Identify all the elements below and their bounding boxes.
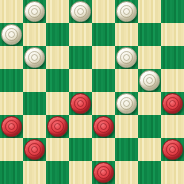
checker-ring-outer [97, 166, 110, 179]
checker-ring-outer [97, 120, 110, 133]
square-r5c1 [23, 115, 46, 138]
red-checker-man[interactable] [162, 93, 183, 114]
red-checker-man[interactable] [70, 93, 91, 114]
square-r3c5 [115, 69, 138, 92]
square-r5c6[interactable] [138, 115, 161, 138]
checker-ring-outer [51, 120, 64, 133]
square-r4c6 [138, 92, 161, 115]
square-r1c6[interactable] [138, 23, 161, 46]
red-checker-man[interactable] [24, 139, 45, 160]
square-r1c5 [115, 23, 138, 46]
checker-ring-inner [123, 100, 130, 107]
checker-ring-inner [123, 54, 130, 61]
square-r1c4[interactable] [92, 23, 115, 46]
square-r2c1[interactable] [23, 46, 46, 69]
checker-ring-inner [100, 169, 107, 176]
square-r2c7[interactable] [161, 46, 184, 69]
square-r7c0[interactable] [0, 161, 23, 184]
square-r7c2[interactable] [46, 161, 69, 184]
white-checker-man[interactable] [139, 70, 160, 91]
square-r7c6[interactable] [138, 161, 161, 184]
square-r6c2 [46, 138, 69, 161]
square-r7c4[interactable] [92, 161, 115, 184]
square-r6c5[interactable] [115, 138, 138, 161]
square-r2c3[interactable] [69, 46, 92, 69]
square-r5c3 [69, 115, 92, 138]
square-r1c7 [161, 23, 184, 46]
checker-ring-inner [31, 146, 38, 153]
square-r7c1 [23, 161, 46, 184]
square-r2c5[interactable] [115, 46, 138, 69]
white-checker-man[interactable] [116, 93, 137, 114]
square-r0c3[interactable] [69, 0, 92, 23]
square-r3c3 [69, 69, 92, 92]
square-r2c0 [0, 46, 23, 69]
square-r6c0 [0, 138, 23, 161]
white-checker-man[interactable] [70, 1, 91, 22]
checker-ring-outer [166, 97, 179, 110]
square-r1c0[interactable] [0, 23, 23, 46]
checker-ring-inner [77, 8, 84, 15]
square-r3c7 [161, 69, 184, 92]
square-r4c2 [46, 92, 69, 115]
checker-ring-outer [120, 5, 133, 18]
checker-ring-inner [169, 100, 176, 107]
square-r2c2 [46, 46, 69, 69]
square-r0c0 [0, 0, 23, 23]
square-r6c3[interactable] [69, 138, 92, 161]
red-checker-man[interactable] [1, 116, 22, 137]
square-r3c0[interactable] [0, 69, 23, 92]
square-r7c7 [161, 161, 184, 184]
red-checker-man[interactable] [93, 116, 114, 137]
checker-ring-inner [31, 8, 38, 15]
square-r5c2[interactable] [46, 115, 69, 138]
checker-ring-outer [143, 74, 156, 87]
square-r3c2[interactable] [46, 69, 69, 92]
checker-ring-outer [120, 97, 133, 110]
square-r6c4 [92, 138, 115, 161]
square-r0c7[interactable] [161, 0, 184, 23]
white-checker-man[interactable] [24, 1, 45, 22]
square-r1c1 [23, 23, 46, 46]
square-r5c5 [115, 115, 138, 138]
square-r0c6 [138, 0, 161, 23]
square-r0c2 [46, 0, 69, 23]
red-checker-man[interactable] [47, 116, 68, 137]
square-r6c6 [138, 138, 161, 161]
checker-ring-outer [74, 97, 87, 110]
checker-ring-inner [100, 123, 107, 130]
checker-ring-outer [28, 5, 41, 18]
square-r3c1 [23, 69, 46, 92]
square-r4c5[interactable] [115, 92, 138, 115]
square-r1c3 [69, 23, 92, 46]
checker-ring-outer [28, 51, 41, 64]
square-r1c2[interactable] [46, 23, 69, 46]
checkers-board [0, 0, 184, 184]
checker-ring-outer [5, 120, 18, 133]
red-checker-man[interactable] [93, 162, 114, 183]
checker-ring-inner [77, 100, 84, 107]
square-r0c4 [92, 0, 115, 23]
checker-ring-outer [5, 28, 18, 41]
white-checker-man[interactable] [116, 47, 137, 68]
square-r4c4 [92, 92, 115, 115]
square-r4c3[interactable] [69, 92, 92, 115]
checker-ring-outer [166, 143, 179, 156]
square-r4c1[interactable] [23, 92, 46, 115]
square-r6c7[interactable] [161, 138, 184, 161]
white-checker-man[interactable] [24, 47, 45, 68]
white-checker-man[interactable] [1, 24, 22, 45]
white-checker-man[interactable] [116, 1, 137, 22]
square-r2c4 [92, 46, 115, 69]
checker-ring-outer [28, 143, 41, 156]
square-r4c7[interactable] [161, 92, 184, 115]
square-r7c3 [69, 161, 92, 184]
square-r2c6 [138, 46, 161, 69]
square-r3c4[interactable] [92, 69, 115, 92]
square-r6c1[interactable] [23, 138, 46, 161]
checker-ring-outer [120, 51, 133, 64]
square-r3c6[interactable] [138, 69, 161, 92]
checker-ring-outer [74, 5, 87, 18]
checker-ring-inner [31, 54, 38, 61]
checker-ring-inner [123, 8, 130, 15]
checker-ring-inner [8, 123, 15, 130]
square-r0c1[interactable] [23, 0, 46, 23]
checker-ring-inner [8, 31, 15, 38]
checker-ring-inner [146, 77, 153, 84]
red-checker-man[interactable] [162, 139, 183, 160]
square-r4c0 [0, 92, 23, 115]
checker-ring-inner [54, 123, 61, 130]
checker-ring-inner [169, 146, 176, 153]
square-r5c7 [161, 115, 184, 138]
square-r5c4[interactable] [92, 115, 115, 138]
square-r5c0[interactable] [0, 115, 23, 138]
square-r0c5[interactable] [115, 0, 138, 23]
square-r7c5 [115, 161, 138, 184]
